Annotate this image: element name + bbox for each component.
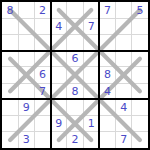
- cell-r5c7[interactable]: 8: [99, 67, 115, 83]
- cell-r8c6[interactable]: 1: [83, 116, 99, 132]
- cell-r3c8[interactable]: [116, 34, 132, 50]
- cell-r6c2[interactable]: [18, 83, 34, 99]
- cell-r6c6[interactable]: [83, 83, 99, 99]
- cell-r6c9[interactable]: [132, 83, 148, 99]
- cell-r7c8[interactable]: 4: [116, 99, 132, 115]
- box-border-vertical-1: [50, 2, 52, 148]
- sudoku-cells: 8275476687849491327: [2, 2, 148, 148]
- cell-r9c2[interactable]: 3: [18, 132, 34, 148]
- cell-r3c9[interactable]: [132, 34, 148, 50]
- cell-r9c3[interactable]: [34, 132, 50, 148]
- cell-r4c1[interactable]: [2, 51, 18, 67]
- cell-r2c4[interactable]: 4: [51, 18, 67, 34]
- cell-r5c1[interactable]: [2, 67, 18, 83]
- cell-r1c7[interactable]: 7: [99, 2, 115, 18]
- sudoku-board: 8275476687849491327: [0, 0, 150, 150]
- cell-r9c6[interactable]: [83, 132, 99, 148]
- cell-r1c9[interactable]: 5: [132, 2, 148, 18]
- cell-r8c3[interactable]: [34, 116, 50, 132]
- cell-r8c5[interactable]: [67, 116, 83, 132]
- cell-r5c8[interactable]: [116, 67, 132, 83]
- cell-r6c3[interactable]: 7: [34, 83, 50, 99]
- cell-r3c2[interactable]: [18, 34, 34, 50]
- cell-r9c9[interactable]: [132, 132, 148, 148]
- cell-r9c4[interactable]: [51, 132, 67, 148]
- cell-r5c9[interactable]: [132, 67, 148, 83]
- cell-r3c4[interactable]: [51, 34, 67, 50]
- cell-r6c8[interactable]: [116, 83, 132, 99]
- cell-r2c8[interactable]: [116, 18, 132, 34]
- cell-r4c5[interactable]: 6: [67, 51, 83, 67]
- cell-r1c8[interactable]: [116, 2, 132, 18]
- cell-r2c6[interactable]: 7: [83, 18, 99, 34]
- cell-r1c2[interactable]: [18, 2, 34, 18]
- box-border-horizontal-2: [2, 98, 148, 100]
- cell-r3c3[interactable]: [34, 34, 50, 50]
- cell-r2c3[interactable]: [34, 18, 50, 34]
- cell-r8c9[interactable]: [132, 116, 148, 132]
- cell-r7c2[interactable]: 9: [18, 99, 34, 115]
- cell-r2c7[interactable]: [99, 18, 115, 34]
- cell-r8c2[interactable]: [18, 116, 34, 132]
- cell-r7c5[interactable]: [67, 99, 83, 115]
- cell-r2c1[interactable]: [2, 18, 18, 34]
- cell-r8c4[interactable]: 9: [51, 116, 67, 132]
- cell-r9c5[interactable]: 2: [67, 132, 83, 148]
- cell-r7c6[interactable]: [83, 99, 99, 115]
- cell-r1c4[interactable]: [51, 2, 67, 18]
- cell-r7c7[interactable]: [99, 99, 115, 115]
- cell-r7c3[interactable]: [34, 99, 50, 115]
- cell-r1c3[interactable]: 2: [34, 2, 50, 18]
- cell-r4c3[interactable]: [34, 51, 50, 67]
- cell-r5c3[interactable]: 6: [34, 67, 50, 83]
- cell-r4c9[interactable]: [132, 51, 148, 67]
- cell-r2c9[interactable]: [132, 18, 148, 34]
- cell-r8c7[interactable]: [99, 116, 115, 132]
- cell-r2c5[interactable]: [67, 18, 83, 34]
- cell-r3c1[interactable]: [2, 34, 18, 50]
- cell-r6c4[interactable]: [51, 83, 67, 99]
- cell-r4c8[interactable]: [116, 51, 132, 67]
- cell-r7c1[interactable]: [2, 99, 18, 115]
- cell-r9c1[interactable]: [2, 132, 18, 148]
- cell-r1c6[interactable]: [83, 2, 99, 18]
- cell-r8c1[interactable]: [2, 116, 18, 132]
- cell-r9c8[interactable]: 7: [116, 132, 132, 148]
- cell-r7c9[interactable]: [132, 99, 148, 115]
- cell-r1c1[interactable]: 8: [2, 2, 18, 18]
- cell-r5c5[interactable]: [67, 67, 83, 83]
- cell-r5c4[interactable]: [51, 67, 67, 83]
- cell-r3c6[interactable]: [83, 34, 99, 50]
- cell-r6c1[interactable]: [2, 83, 18, 99]
- cell-r5c2[interactable]: [18, 67, 34, 83]
- cell-r4c6[interactable]: [83, 51, 99, 67]
- cell-r2c2[interactable]: [18, 18, 34, 34]
- box-border-vertical-2: [98, 2, 100, 148]
- cell-r3c5[interactable]: [67, 34, 83, 50]
- cell-r1c5[interactable]: [67, 2, 83, 18]
- cell-r4c7[interactable]: [99, 51, 115, 67]
- cell-r8c8[interactable]: [116, 116, 132, 132]
- cell-r4c4[interactable]: [51, 51, 67, 67]
- cell-r4c2[interactable]: [18, 51, 34, 67]
- cell-r5c6[interactable]: [83, 67, 99, 83]
- cell-r6c7[interactable]: 4: [99, 83, 115, 99]
- cell-r3c7[interactable]: [99, 34, 115, 50]
- cell-r9c7[interactable]: [99, 132, 115, 148]
- box-border-horizontal-1: [2, 50, 148, 52]
- cell-r6c5[interactable]: 8: [67, 83, 83, 99]
- cell-r7c4[interactable]: [51, 99, 67, 115]
